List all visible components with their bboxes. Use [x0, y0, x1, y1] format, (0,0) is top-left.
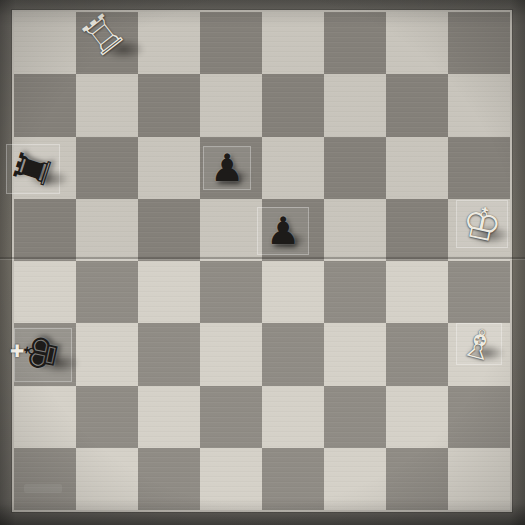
piece-layer: ♖♜♟♟♔♚✚♗ — [0, 0, 525, 525]
king-cross-highlight: ✚ — [10, 343, 24, 360]
piece-black-pawn-d6[interactable]: ♟ — [210, 149, 244, 187]
piece-black-pawn-e5[interactable]: ♟ — [266, 212, 300, 250]
board-photo: ♖♜♟♟♔♚✚♗ — [0, 0, 525, 525]
